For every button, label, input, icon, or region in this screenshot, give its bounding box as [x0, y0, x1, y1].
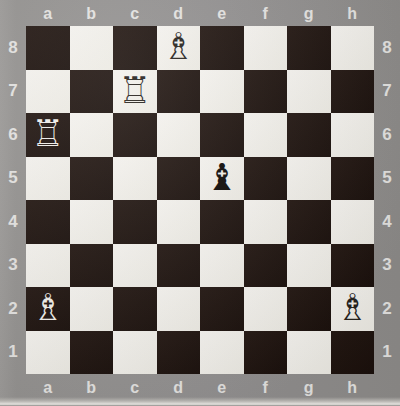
- white-bishop-a2[interactable]: ♗: [31, 289, 64, 326]
- square-b6[interactable]: [70, 113, 114, 157]
- square-e2[interactable]: [200, 287, 244, 331]
- file-label-top-b: b: [70, 0, 114, 26]
- rank-label-right-2: 2: [374, 287, 400, 331]
- square-b1[interactable]: [70, 331, 114, 375]
- square-a8[interactable]: [26, 26, 70, 70]
- square-a2[interactable]: ♗: [26, 287, 70, 331]
- square-d4[interactable]: [157, 200, 201, 244]
- rank-label-left-5: 5: [0, 157, 26, 201]
- square-g2[interactable]: [287, 287, 331, 331]
- square-f1[interactable]: [244, 331, 288, 375]
- file-label-top-d: d: [157, 0, 201, 26]
- square-b7[interactable]: [70, 70, 114, 114]
- rank-labels-left: 87654321: [0, 26, 26, 374]
- square-e5[interactable]: ♝: [200, 157, 244, 201]
- file-label-top-h: h: [331, 0, 375, 26]
- square-c3[interactable]: [113, 244, 157, 288]
- square-e7[interactable]: [200, 70, 244, 114]
- square-b4[interactable]: [70, 200, 114, 244]
- file-label-top-f: f: [244, 0, 288, 26]
- square-g8[interactable]: [287, 26, 331, 70]
- square-c6[interactable]: [113, 113, 157, 157]
- file-labels-top: abcdefgh: [26, 0, 374, 26]
- rank-label-right-8: 8: [374, 26, 400, 70]
- rank-label-right-3: 3: [374, 244, 400, 288]
- square-c1[interactable]: [113, 331, 157, 375]
- square-a4[interactable]: [26, 200, 70, 244]
- square-a6[interactable]: ♖: [26, 113, 70, 157]
- square-d2[interactable]: [157, 287, 201, 331]
- square-h2[interactable]: ♗: [331, 287, 375, 331]
- white-rook-a6[interactable]: ♖: [31, 115, 64, 152]
- square-g6[interactable]: [287, 113, 331, 157]
- rank-label-left-6: 6: [0, 113, 26, 157]
- square-b3[interactable]: [70, 244, 114, 288]
- square-d6[interactable]: [157, 113, 201, 157]
- square-h1[interactable]: [331, 331, 375, 375]
- square-a1[interactable]: [26, 331, 70, 375]
- square-g4[interactable]: [287, 200, 331, 244]
- square-f3[interactable]: [244, 244, 288, 288]
- square-e8[interactable]: [200, 26, 244, 70]
- rank-label-left-7: 7: [0, 70, 26, 114]
- square-h3[interactable]: [331, 244, 375, 288]
- square-h6[interactable]: [331, 113, 375, 157]
- square-d3[interactable]: [157, 244, 201, 288]
- rank-label-left-1: 1: [0, 331, 26, 375]
- rank-labels-right: 87654321: [374, 26, 400, 374]
- rank-label-right-7: 7: [374, 70, 400, 114]
- black-bishop-e5[interactable]: ♝: [205, 159, 238, 196]
- square-b8[interactable]: [70, 26, 114, 70]
- file-label-top-g: g: [287, 0, 331, 26]
- square-c5[interactable]: [113, 157, 157, 201]
- square-d7[interactable]: [157, 70, 201, 114]
- file-label-top-e: e: [200, 0, 244, 26]
- white-bishop-h2[interactable]: ♗: [336, 289, 369, 326]
- square-e3[interactable]: [200, 244, 244, 288]
- rank-label-right-1: 1: [374, 331, 400, 375]
- rank-label-right-6: 6: [374, 113, 400, 157]
- square-a7[interactable]: [26, 70, 70, 114]
- square-b2[interactable]: [70, 287, 114, 331]
- square-c4[interactable]: [113, 200, 157, 244]
- square-c2[interactable]: [113, 287, 157, 331]
- square-g5[interactable]: [287, 157, 331, 201]
- file-label-top-c: c: [113, 0, 157, 26]
- square-e4[interactable]: [200, 200, 244, 244]
- square-e6[interactable]: [200, 113, 244, 157]
- square-d8[interactable]: ♗: [157, 26, 201, 70]
- square-f4[interactable]: [244, 200, 288, 244]
- rank-label-left-2: 2: [0, 287, 26, 331]
- square-c8[interactable]: [113, 26, 157, 70]
- square-a5[interactable]: [26, 157, 70, 201]
- square-c7[interactable]: ♖: [113, 70, 157, 114]
- page-edge: [0, 397, 400, 406]
- rank-label-left-8: 8: [0, 26, 26, 70]
- file-label-top-a: a: [26, 0, 70, 26]
- chess-board: ♗♖♖♝♗♗: [26, 26, 374, 374]
- white-bishop-d8[interactable]: ♗: [162, 28, 195, 65]
- rank-label-right-4: 4: [374, 200, 400, 244]
- square-b5[interactable]: [70, 157, 114, 201]
- square-f6[interactable]: [244, 113, 288, 157]
- chess-diagram-photo: abcdefgh abcdefgh 87654321 87654321 ♗♖♖♝…: [0, 0, 400, 406]
- square-g3[interactable]: [287, 244, 331, 288]
- square-f7[interactable]: [244, 70, 288, 114]
- square-d1[interactable]: [157, 331, 201, 375]
- square-f2[interactable]: [244, 287, 288, 331]
- square-h5[interactable]: [331, 157, 375, 201]
- white-rook-c7[interactable]: ♖: [118, 72, 151, 109]
- square-g1[interactable]: [287, 331, 331, 375]
- rank-label-right-5: 5: [374, 157, 400, 201]
- square-d5[interactable]: [157, 157, 201, 201]
- square-h4[interactable]: [331, 200, 375, 244]
- square-f8[interactable]: [244, 26, 288, 70]
- rank-label-left-3: 3: [0, 244, 26, 288]
- rank-label-left-4: 4: [0, 200, 26, 244]
- square-h8[interactable]: [331, 26, 375, 70]
- square-e1[interactable]: [200, 331, 244, 375]
- square-h7[interactable]: [331, 70, 375, 114]
- square-a3[interactable]: [26, 244, 70, 288]
- square-f5[interactable]: [244, 157, 288, 201]
- square-g7[interactable]: [287, 70, 331, 114]
